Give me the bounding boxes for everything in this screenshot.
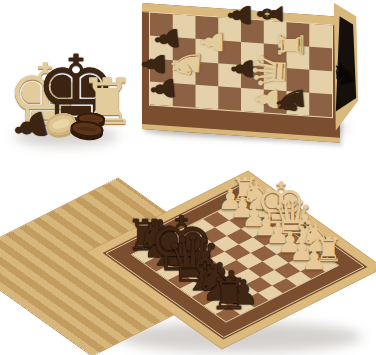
folded-board-front-panel [142, 3, 340, 143]
checkers-disc-dark [77, 112, 106, 127]
folded-board-checker-face [149, 11, 333, 118]
product-photo-wooden-chess-set: { "game": "chess", "scene": { "descripti… [0, 0, 376, 355]
loose-light-rook: ♜ [78, 70, 135, 134]
loose-pieces-shadow [14, 126, 118, 146]
loose-dark-king: ♚ [35, 44, 117, 136]
